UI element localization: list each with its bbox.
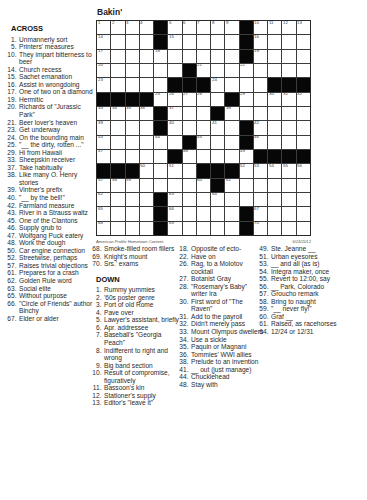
grid-cell-r6c5[interactable]: 25 — [154, 93, 167, 106]
grid-cell-r1c4[interactable]: 4 — [140, 21, 153, 34]
grid-cell-r6c11[interactable]: 29 — [240, 93, 253, 106]
cell-number: 35 — [126, 106, 131, 110]
grid-cell-r12c2[interactable]: 58 — [111, 179, 124, 192]
clue-text: Chucklehead — [191, 373, 264, 381]
grid-cell-r11c11[interactable]: 52 — [240, 164, 253, 177]
grid-cell-r14c8[interactable] — [197, 207, 210, 220]
grid-cell-r11c5[interactable] — [154, 164, 167, 177]
grid-cell-r2c8[interactable] — [197, 35, 210, 48]
across-section: ACROSS 1.Unmannerly sort5.Printers' meas… — [5, 24, 95, 322]
grid-cell-r9c4[interactable] — [140, 136, 153, 149]
clue-number: 5. — [90, 316, 104, 324]
grid-cell-r11c10 — [225, 164, 238, 177]
grid-cell-r10c2[interactable] — [111, 150, 124, 163]
grid-cell-r4c14[interactable] — [282, 64, 295, 77]
across-clue-10: 10.They impart bitterness to beer — [5, 51, 95, 66]
clue-text: Sachet emanation — [19, 73, 95, 81]
clue-number: 35. — [177, 343, 191, 351]
grid-cell-r15c8[interactable] — [197, 222, 210, 235]
down-clue-55: 55.Revert to 12:00, say — [257, 275, 363, 283]
grid-cell-r10c4[interactable] — [140, 150, 153, 163]
grid-cell-r13c4[interactable] — [140, 193, 153, 206]
grid-cell-r7c4[interactable]: 36 — [140, 107, 153, 120]
grid-cell-r3c7[interactable] — [183, 50, 196, 63]
grid-cell-r6c13[interactable]: 30 — [268, 93, 281, 106]
grid-cell-r4c13[interactable] — [268, 64, 281, 77]
grid-cell-r3c1[interactable]: 17 — [97, 50, 110, 63]
grid-cell-r13c11[interactable] — [240, 193, 253, 206]
grid-cell-r2c6[interactable]: 15 — [168, 35, 181, 48]
grid-cell-r15c14[interactable] — [282, 222, 295, 235]
grid-cell-r8c4[interactable] — [140, 121, 153, 134]
grid-cell-r5c11[interactable] — [240, 78, 253, 91]
grid-cell-r12c11[interactable] — [240, 179, 253, 192]
grid-cell-r8c7[interactable] — [183, 121, 196, 134]
grid-cell-r2c12[interactable]: 16 — [254, 35, 267, 48]
grid-cell-r8c6[interactable]: 40 — [168, 121, 181, 134]
clue-text: Beer lover's heaven — [19, 119, 95, 127]
grid-cell-r15c10[interactable] — [225, 222, 238, 235]
grid-cell-r13c1[interactable]: 62 — [97, 193, 110, 206]
grid-cell-r3c10[interactable] — [225, 50, 238, 63]
cell-number: 33 — [98, 106, 103, 110]
grid-cell-r12c4[interactable] — [140, 179, 153, 192]
down-clue-3: 3.Port of old Rome — [90, 301, 179, 309]
grid-cell-r14c14[interactable] — [282, 207, 295, 220]
grid-cell-r7c12[interactable] — [254, 107, 267, 120]
grid-cell-r10c14 — [282, 150, 295, 163]
clue-text: Car engine connection — [19, 247, 95, 255]
grid-cell-r13c2[interactable] — [111, 193, 124, 206]
grid-cell-r10c1[interactable]: 47 — [97, 150, 110, 163]
grid-cell-r4c3[interactable] — [126, 64, 139, 77]
grid-cell-r5c12[interactable] — [254, 78, 267, 91]
grid-cell-r7c7[interactable] — [183, 107, 196, 120]
grid-cell-r14c11 — [240, 207, 253, 220]
grid-cell-r3c14[interactable] — [282, 50, 295, 63]
clue-number: 29. — [5, 149, 19, 157]
grid-cell-r3c2[interactable] — [111, 50, 124, 63]
grid-cell-r14c1[interactable]: 65 — [97, 207, 110, 220]
clue-number: 55. — [257, 275, 271, 283]
grid-cell-r6c12[interactable] — [254, 93, 267, 106]
cell-number: 14 — [98, 35, 103, 39]
down-clue-7: 7.Baseball's "Georgia Peach" — [90, 331, 179, 346]
grid-cell-r4c10[interactable] — [225, 64, 238, 77]
grid-cell-r11c14[interactable]: 55 — [282, 164, 295, 177]
grid-cell-r12c15[interactable] — [297, 179, 310, 192]
grid-cell-r8c10[interactable] — [225, 121, 238, 134]
grid-cell-r15c13[interactable] — [268, 222, 281, 235]
down-clue-2: 2.'60s poster genre — [90, 294, 179, 302]
clue-text: Revert to 12:00, say — [271, 275, 363, 283]
clue-number: 58. — [257, 298, 271, 306]
grid-cell-r14c5 — [154, 207, 167, 220]
grid-cell-r4c6[interactable] — [168, 64, 181, 77]
grid-cell-r7c1[interactable]: 33 — [97, 107, 110, 120]
grid-cell-r4c5[interactable] — [154, 64, 167, 77]
grid-cell-r3c6[interactable] — [168, 50, 181, 63]
clue-text: Take habitually — [19, 164, 95, 172]
grid-cell-r2c15[interactable] — [297, 35, 310, 48]
down-clue-49: 49.Ste. Jeanne __ — [257, 245, 363, 253]
cell-number: 43 — [98, 135, 103, 139]
clue-text: Unmannerly sort — [19, 36, 95, 44]
grid-cell-r15c7[interactable] — [183, 222, 196, 235]
grid-cell-r4c15[interactable] — [297, 64, 310, 77]
clue-number: 57. — [257, 290, 271, 298]
grid-cell-r8c2[interactable] — [111, 121, 124, 134]
grid-cell-r4c12[interactable] — [254, 64, 267, 77]
grid-cell-r11c6[interactable]: 51 — [168, 164, 181, 177]
grid-cell-r6c9[interactable] — [211, 93, 224, 106]
grid-cell-r6c15[interactable]: 32 — [297, 93, 310, 106]
grid-cell-r15c3[interactable] — [126, 222, 139, 235]
grid-cell-r9c8[interactable]: 45 — [197, 136, 210, 149]
grid-cell-r10c8[interactable] — [197, 150, 210, 163]
cell-number: 11 — [269, 21, 274, 25]
clue-text: Stationer's supply — [104, 392, 179, 400]
clue-text: Printers' measures — [19, 43, 95, 51]
grid-cell-r3c9[interactable] — [211, 50, 224, 63]
across-clue-19: 19.Hermitic — [5, 96, 95, 104]
grid-cell-r9c3[interactable] — [126, 136, 139, 149]
grid-cell-r2c9[interactable] — [211, 35, 224, 48]
grid-cell-r3c13[interactable] — [268, 50, 281, 63]
clue-number: 54. — [257, 268, 271, 276]
grid-cell-r1c2[interactable]: 2 — [111, 21, 124, 34]
across-clue-62: 62.Golden Rule word — [5, 277, 95, 285]
clue-number: 42. — [5, 202, 19, 210]
cell-number: 31 — [283, 92, 288, 96]
cell-number: 51 — [169, 164, 174, 168]
clue-text: "__ never fly!" — [271, 305, 363, 313]
down-clues-col2: 18.Opposite of ecto-22.Have on26.Rag, to… — [177, 245, 264, 388]
cell-number: 41 — [212, 121, 217, 125]
grid-cell-r11c15[interactable]: 56 — [297, 164, 310, 177]
grid-cell-r12c8[interactable]: 60 — [197, 179, 210, 192]
grid-cell-r3c15[interactable] — [297, 50, 310, 63]
clue-text: __ out (just manage) — [191, 366, 264, 374]
clue-text: Opposite of ecto- — [191, 245, 264, 253]
down-clue-32: 32.Didn't merely pass — [177, 320, 264, 328]
clue-text: One of two on a diamond — [19, 88, 95, 96]
grid-cell-r9c13[interactable] — [268, 136, 281, 149]
grid-cell-r15c4[interactable] — [140, 222, 153, 235]
cell-number: 65 — [98, 207, 103, 211]
crossword-grid[interactable]: 1234567891011121314151617181920212223242… — [96, 20, 311, 236]
clue-text: Vintner's prefix — [19, 186, 95, 194]
grid-cell-r9c5[interactable]: 44 — [154, 136, 167, 149]
grid-cell-r2c14[interactable] — [282, 35, 295, 48]
grid-cell-r2c13[interactable] — [268, 35, 281, 48]
grid-cell-r7c2[interactable]: 34 — [111, 107, 124, 120]
across-header: ACROSS — [11, 24, 95, 33]
clue-number: 47. — [5, 232, 19, 240]
grid-cell-r10c11[interactable]: 49 — [240, 150, 253, 163]
grid-cell-r10c5[interactable] — [154, 150, 167, 163]
clue-number: 5. — [5, 43, 19, 51]
grid-cell-r7c15[interactable] — [297, 107, 310, 120]
grid-cell-r8c8[interactable] — [197, 121, 210, 134]
across-clue-42: 42.Farmland measure — [5, 202, 95, 210]
grid-cell-r7c13[interactable] — [268, 107, 281, 120]
grid-cell-r1c1[interactable]: 1 — [97, 21, 110, 34]
grid-cell-r14c15[interactable] — [297, 207, 310, 220]
grid-cell-r8c9[interactable]: 41 — [211, 121, 224, 134]
puzzle-credit: American Profile Hometown Content — [96, 239, 163, 244]
grid-cell-r14c9[interactable] — [211, 207, 224, 220]
grid-cell-r13c14[interactable] — [282, 193, 295, 206]
grid-cell-r4c9[interactable] — [211, 64, 224, 77]
across-clue-37: 37.Take habitually — [5, 164, 95, 172]
grid-cell-r1c7[interactable]: 6 — [183, 21, 196, 34]
grid-cell-r14c12[interactable]: 67 — [254, 207, 267, 220]
grid-cell-r1c3[interactable]: 3 — [126, 21, 139, 34]
cell-number: 30 — [269, 92, 274, 96]
clue-text: Stay with — [191, 381, 264, 389]
down-clue-11: 11.Bassoon's kin — [90, 384, 179, 392]
bottom-column-3: 49.Ste. Jeanne __51.Urban eyesores53.__ … — [257, 245, 363, 336]
clue-number: 1. — [90, 286, 104, 294]
cell-number: 18 — [155, 49, 160, 53]
grid-cell-r7c8[interactable] — [197, 107, 210, 120]
down-clue-64: 64.12/24 or 12/31 — [257, 328, 363, 336]
grid-cell-r4c11[interactable]: 22 — [240, 64, 253, 77]
cell-number: 16 — [254, 35, 259, 39]
grid-cell-r13c12[interactable] — [254, 193, 267, 206]
grid-cell-r7c3[interactable]: 35 — [126, 107, 139, 120]
grid-cell-r11c8 — [197, 164, 210, 177]
cell-number: 5 — [169, 21, 171, 25]
grid-cell-r5c5[interactable] — [154, 78, 167, 91]
clue-text: Tommies' WWI allies — [191, 351, 264, 359]
grid-cell-r8c13[interactable] — [268, 121, 281, 134]
grid-cell-r2c3[interactable] — [126, 35, 139, 48]
clue-text: 12/24 or 12/31 — [271, 328, 363, 336]
grid-cell-r2c7[interactable] — [183, 35, 196, 48]
grid-cell-r3c12[interactable]: 19 — [254, 50, 267, 63]
grid-cell-r5c3[interactable] — [126, 78, 139, 91]
grid-cell-r10c7[interactable]: 48 — [183, 150, 196, 163]
cell-number: 24 — [212, 78, 217, 82]
grid-cell-r15c2[interactable] — [111, 222, 124, 235]
grid-cell-r12c12[interactable] — [254, 179, 267, 192]
grid-cell-r14c13[interactable] — [268, 207, 281, 220]
grid-cell-r13c15[interactable] — [297, 193, 310, 206]
grid-cell-r2c11 — [240, 35, 253, 48]
grid-cell-r1c12[interactable]: 10 — [254, 21, 267, 34]
grid-cell-r12c3[interactable]: 59 — [126, 179, 139, 192]
down-clue-28: 28."Rosemary's Baby" writer Ira — [177, 283, 264, 298]
grid-cell-r12c14[interactable] — [282, 179, 295, 192]
cell-number: 20 — [98, 63, 103, 67]
grid-cell-r1c15[interactable]: 13 — [297, 21, 310, 34]
grid-cell-r15c1[interactable]: 68 — [97, 222, 110, 235]
grid-cell-r6c6[interactable]: 26 — [168, 93, 181, 106]
grid-cell-r9c15[interactable] — [297, 136, 310, 149]
grid-cell-r14c4[interactable] — [140, 207, 153, 220]
grid-cell-r13c8[interactable] — [197, 193, 210, 206]
grid-cell-r13c9[interactable]: 64 — [211, 193, 224, 206]
grid-cell-r3c4[interactable] — [140, 50, 153, 63]
grid-cell-r15c5 — [154, 222, 167, 235]
clue-text: Get underway — [19, 126, 95, 134]
grid-cell-r14c7[interactable] — [183, 207, 196, 220]
grid-cell-r2c10[interactable] — [225, 35, 238, 48]
grid-cell-r7c10[interactable]: 38 — [225, 107, 238, 120]
grid-cell-r6c14[interactable]: 31 — [282, 93, 295, 106]
grid-cell-r10c9[interactable] — [211, 150, 224, 163]
clue-text: Add to the payroll — [191, 313, 264, 321]
grid-cell-r10c13 — [268, 150, 281, 163]
grid-cell-r5c1[interactable]: 23 — [97, 78, 110, 91]
grid-cell-r12c5[interactable] — [154, 179, 167, 192]
clue-text: Prelude to an invention — [191, 358, 264, 366]
grid-cell-r6c3 — [126, 93, 139, 106]
grid-cell-r1c10[interactable]: 9 — [225, 21, 238, 34]
grid-cell-r11c13[interactable]: 54 — [268, 164, 281, 177]
grid-cell-r7c14[interactable] — [282, 107, 295, 120]
grid-cell-r12c13[interactable] — [268, 179, 281, 192]
cell-number: 61 — [226, 178, 231, 182]
grid-cell-r8c1[interactable]: 39 — [97, 121, 110, 134]
grid-cell-r15c12[interactable]: 70 — [254, 222, 267, 235]
clue-number: 38. — [177, 358, 191, 366]
clue-text: Didn't merely pass — [191, 320, 264, 328]
grid-cell-r13c3[interactable] — [126, 193, 139, 206]
grid-cell-r11c7[interactable] — [183, 164, 196, 177]
clue-number: 31. — [177, 313, 191, 321]
grid-cell-r5c4[interactable] — [140, 78, 153, 91]
grid-cell-r9c9[interactable] — [211, 136, 224, 149]
across-clue-40: 40."__ by the bell!" — [5, 194, 95, 202]
grid-cell-r12c6[interactable] — [168, 179, 181, 192]
grid-cell-r6c8[interactable]: 28 — [197, 93, 210, 106]
grid-cell-r8c15[interactable] — [297, 121, 310, 134]
clue-number: 62. — [5, 277, 19, 285]
grid-cell-r8c3[interactable] — [126, 121, 139, 134]
grid-cell-r12c10[interactable]: 61 — [225, 179, 238, 192]
grid-cell-r10c10[interactable] — [225, 150, 238, 163]
grid-cell-r4c1[interactable]: 20 — [97, 64, 110, 77]
grid-cell-r9c14[interactable] — [282, 136, 295, 149]
grid-cell-r15c6[interactable]: 69 — [168, 222, 181, 235]
clue-text: Assist in wrongdoing — [19, 81, 95, 89]
down-clue-61: 61.Raised, as racehorses — [257, 320, 363, 328]
down-clue-41: 41.__ out (just manage) — [177, 366, 264, 374]
grid-cell-r12c1[interactable]: 57 — [97, 179, 110, 192]
grid-cell-r3c5[interactable]: 18 — [154, 50, 167, 63]
grid-cell-r1c8[interactable]: 7 — [197, 21, 210, 34]
cell-number: 1 — [98, 21, 100, 25]
clue-number: 10. — [5, 51, 19, 66]
grid-cell-r10c3[interactable] — [126, 150, 139, 163]
grid-cell-r14c6[interactable]: 66 — [168, 207, 181, 220]
clue-number: 70. — [90, 260, 104, 268]
cell-number: 8 — [212, 21, 214, 25]
clue-text: Pave over — [104, 309, 179, 317]
across-clue-47: 47.Wolfgang Puck eatery — [5, 232, 95, 240]
grid-cell-r13c13[interactable] — [268, 193, 281, 206]
grid-cell-r12c7[interactable] — [183, 179, 196, 192]
grid-cell-r14c3[interactable] — [126, 207, 139, 220]
grid-cell-r9c6[interactable] — [168, 136, 181, 149]
grid-cell-r6c7[interactable]: 27 — [183, 93, 196, 106]
cell-number: 40 — [169, 121, 174, 125]
grid-cell-r14c10[interactable] — [225, 207, 238, 220]
grid-cell-r9c12[interactable]: 46 — [254, 136, 267, 149]
grid-cell-r8c12[interactable]: 42 — [254, 121, 267, 134]
clue-text: Work the dough — [19, 239, 95, 247]
grid-cell-r8c14[interactable] — [282, 121, 295, 134]
grid-cell-r9c10[interactable] — [225, 136, 238, 149]
cell-number: 63 — [169, 192, 174, 196]
grid-cell-r2c4[interactable] — [140, 35, 153, 48]
down-clue-8: 8.Indifferent to right and wrong — [90, 347, 179, 362]
grid-cell-r1c14[interactable]: 12 — [282, 21, 295, 34]
grid-cell-r4c8[interactable]: 21 — [197, 64, 210, 77]
grid-cell-r13c7[interactable] — [183, 193, 196, 206]
grid-cell-r9c2[interactable] — [111, 136, 124, 149]
grid-cell-r9c1[interactable]: 43 — [97, 136, 110, 149]
clue-number: 36. — [177, 351, 191, 359]
clue-number: 11. — [90, 384, 104, 392]
grid-cell-r11c4[interactable]: 50 — [140, 164, 153, 177]
grid-cell-r2c2[interactable] — [111, 35, 124, 48]
grid-cell-r7c11[interactable] — [240, 107, 253, 120]
grid-cell-r5c10[interactable] — [225, 78, 238, 91]
grid-cell-r15c9[interactable] — [211, 222, 224, 235]
down-clue-57: 57.Groucho remark — [257, 290, 363, 298]
down-clue-31: 31.Add to the payroll — [177, 313, 264, 321]
grid-cell-r14c2[interactable] — [111, 207, 124, 220]
down-clue-13: 13.Editor's "leave it" — [90, 399, 179, 407]
grid-cell-r4c2[interactable] — [111, 64, 124, 77]
down-clue-34: 34.Use a sickle — [177, 336, 264, 344]
grid-cell-r2c1[interactable]: 14 — [97, 35, 110, 48]
clue-text: Like many O. Henry stories — [19, 171, 95, 186]
across-clue-45: 45.One of the Clantons — [5, 217, 95, 225]
grid-cell-r11c12[interactable]: 53 — [254, 164, 267, 177]
clue-number: 56. — [257, 283, 271, 291]
grid-cell-r11c1 — [97, 164, 110, 177]
grid-cell-r3c8[interactable] — [197, 50, 210, 63]
grid-cell-r4c4[interactable] — [140, 64, 153, 77]
grid-cell-r7c6[interactable]: 37 — [168, 107, 181, 120]
grid-cell-r3c3[interactable] — [126, 50, 139, 63]
cell-number: 21 — [197, 63, 202, 67]
clue-number: 68. — [90, 245, 104, 253]
grid-cell-r5c9[interactable]: 24 — [211, 78, 224, 91]
grid-cell-r1c13[interactable]: 11 — [268, 21, 281, 34]
grid-cell-r13c10[interactable] — [225, 193, 238, 206]
grid-cell-r1c6[interactable]: 5 — [168, 21, 181, 34]
clue-number: 53. — [257, 260, 271, 268]
cell-number: 59 — [126, 178, 131, 182]
grid-cell-r1c9[interactable]: 8 — [211, 21, 224, 34]
cell-number: 23 — [98, 78, 103, 82]
grid-cell-r15c15[interactable] — [297, 222, 310, 235]
across-clue-69: 69.Knight's mount — [90, 253, 179, 261]
cell-number: 34 — [112, 106, 117, 110]
grid-cell-r11c2 — [111, 164, 124, 177]
grid-cell-r13c6[interactable]: 63 — [168, 193, 181, 206]
down-clue-35: 35.Paquin or Magnani — [177, 343, 264, 351]
clue-number: 26. — [177, 260, 191, 275]
clue-number: 21. — [5, 119, 19, 127]
grid-cell-r5c2[interactable] — [111, 78, 124, 91]
